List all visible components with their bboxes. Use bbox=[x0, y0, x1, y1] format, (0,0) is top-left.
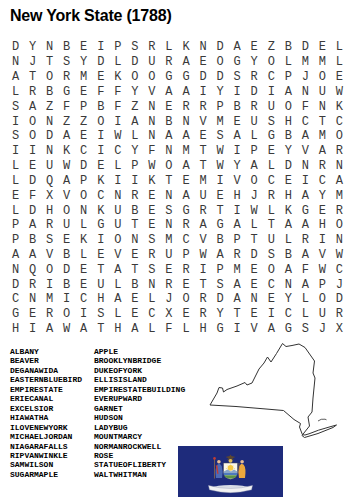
grid-cell: G bbox=[177, 203, 194, 218]
grid-cell: L bbox=[331, 55, 348, 70]
grid-cell: G bbox=[177, 70, 194, 85]
grid-cell: W bbox=[195, 248, 212, 263]
word-list-item: EMPIRESTATEBUILDING bbox=[94, 385, 185, 394]
grid-cell: U bbox=[263, 233, 280, 248]
grid-cell: L bbox=[143, 292, 160, 307]
grid-cell: F bbox=[109, 99, 126, 114]
grid-cell: O bbox=[109, 233, 126, 248]
grid-cell: T bbox=[160, 173, 177, 188]
grid-cell: I bbox=[41, 277, 58, 292]
grid-cell: P bbox=[75, 99, 92, 114]
grid-cell: M bbox=[314, 55, 331, 70]
grid-cell: G bbox=[58, 84, 75, 99]
grid-cell: A bbox=[229, 218, 246, 233]
grid-cell: L bbox=[7, 203, 24, 218]
grid-cell: N bbox=[41, 144, 58, 159]
grid-cell: P bbox=[212, 99, 229, 114]
grid-cell: E bbox=[246, 277, 263, 292]
grid-cell: M bbox=[314, 129, 331, 144]
grid-cell: A bbox=[75, 322, 92, 337]
grid-cell: H bbox=[314, 218, 331, 233]
grid-cell: S bbox=[263, 114, 280, 129]
grid-cell: R bbox=[58, 70, 75, 85]
grid-cell: P bbox=[314, 277, 331, 292]
grid-cell: E bbox=[7, 188, 24, 203]
grid-cell: U bbox=[195, 188, 212, 203]
grid-cell: W bbox=[212, 144, 229, 159]
grid-cell: E bbox=[246, 262, 263, 277]
word-list-item: EMPIRESTATE bbox=[10, 385, 82, 394]
grid-cell: A bbox=[58, 173, 75, 188]
grid-cell: K bbox=[92, 173, 109, 188]
grid-cell: M bbox=[195, 173, 212, 188]
word-list-item: ROSE bbox=[94, 451, 185, 460]
grid-cell: N bbox=[195, 40, 212, 55]
grid-cell: I bbox=[92, 129, 109, 144]
grid-cell: L bbox=[160, 40, 177, 55]
grid-cell: V bbox=[314, 248, 331, 263]
grid-cell: M bbox=[41, 292, 58, 307]
grid-cell: D bbox=[24, 173, 41, 188]
grid-cell: X bbox=[160, 307, 177, 322]
grid-cell: C bbox=[297, 114, 314, 129]
grid-cell: N bbox=[41, 40, 58, 55]
grid-cell: P bbox=[229, 233, 246, 248]
grid-cell: R bbox=[160, 277, 177, 292]
grid-cell: I bbox=[229, 322, 246, 337]
grid-cell: O bbox=[314, 292, 331, 307]
grid-cell: E bbox=[160, 99, 177, 114]
grid-cell: B bbox=[92, 99, 109, 114]
grid-cell: F bbox=[92, 84, 109, 99]
grid-cell: T bbox=[195, 277, 212, 292]
grid-cell: R bbox=[246, 70, 263, 85]
grid-cell: N bbox=[297, 84, 314, 99]
grid-cell: C bbox=[109, 144, 126, 159]
grid-cell: S bbox=[41, 233, 58, 248]
grid-cell: A bbox=[297, 218, 314, 233]
grid-cell: G bbox=[92, 218, 109, 233]
word-list-item: RIPVANWINKLE bbox=[10, 451, 82, 460]
grid-cell: U bbox=[263, 99, 280, 114]
grid-cell: U bbox=[58, 218, 75, 233]
grid-cell: O bbox=[212, 55, 229, 70]
grid-cell: O bbox=[24, 129, 41, 144]
grid-cell: I bbox=[229, 203, 246, 218]
word-list-item: APPLE bbox=[94, 347, 185, 356]
word-list-item: ELLISISLAND bbox=[94, 375, 185, 384]
grid-cell: A bbox=[229, 40, 246, 55]
grid-cell: E bbox=[143, 188, 160, 203]
grid-cell: I bbox=[126, 173, 143, 188]
grid-cell: Q bbox=[24, 262, 41, 277]
grid-cell: R bbox=[314, 159, 331, 174]
grid-cell: O bbox=[160, 159, 177, 174]
grid-cell: T bbox=[41, 55, 58, 70]
grid-cell: A bbox=[280, 84, 297, 99]
grid-cell: N bbox=[75, 203, 92, 218]
grid-cell: T bbox=[263, 218, 280, 233]
grid-cell: P bbox=[7, 218, 24, 233]
grid-cell: C bbox=[263, 70, 280, 85]
grid-cell: N bbox=[24, 292, 41, 307]
grid-cell: N bbox=[314, 99, 331, 114]
grid-cell: A bbox=[126, 322, 143, 337]
grid-cell: K bbox=[92, 203, 109, 218]
grid-cell: E bbox=[24, 307, 41, 322]
grid-cell: E bbox=[177, 277, 194, 292]
grid-cell: E bbox=[126, 307, 143, 322]
grid-cell: D bbox=[41, 129, 58, 144]
grid-cell: Y bbox=[24, 40, 41, 55]
grid-cell: A bbox=[297, 129, 314, 144]
grid-cell: H bbox=[280, 114, 297, 129]
grid-cell: N bbox=[143, 277, 160, 292]
grid-cell: P bbox=[109, 40, 126, 55]
grid-cell: A bbox=[160, 129, 177, 144]
grid-cell: G bbox=[229, 55, 246, 70]
grid-cell: O bbox=[58, 307, 75, 322]
grid-cell: A bbox=[41, 322, 58, 337]
grid-cell: T bbox=[229, 307, 246, 322]
grid-cell: R bbox=[177, 262, 194, 277]
grid-cell: A bbox=[58, 129, 75, 144]
grid-cell: L bbox=[7, 84, 24, 99]
grid-cell: K bbox=[58, 144, 75, 159]
grid-cell: G bbox=[263, 129, 280, 144]
grid-cell: U bbox=[314, 307, 331, 322]
grid-cell: D bbox=[246, 248, 263, 263]
grid-cell: E bbox=[212, 188, 229, 203]
grid-cell: I bbox=[109, 114, 126, 129]
new-york-state-flag bbox=[178, 446, 283, 497]
grid-cell: O bbox=[314, 70, 331, 85]
grid-cell: H bbox=[92, 292, 109, 307]
grid-cell: A bbox=[246, 159, 263, 174]
grid-cell: V bbox=[246, 322, 263, 337]
grid-cell: E bbox=[246, 307, 263, 322]
grid-cell: S bbox=[58, 55, 75, 70]
grid-cell: N bbox=[41, 114, 58, 129]
grid-cell: C bbox=[177, 233, 194, 248]
grid-cell: I bbox=[195, 84, 212, 99]
word-list-item: EASTERNBLUEBIRD bbox=[10, 375, 82, 384]
grid-cell: C bbox=[143, 307, 160, 322]
grid-cell: A bbox=[177, 159, 194, 174]
grid-cell: W bbox=[58, 322, 75, 337]
grid-cell: I bbox=[229, 84, 246, 99]
grid-cell: H bbox=[280, 188, 297, 203]
grid-cell: C bbox=[7, 292, 24, 307]
grid-cell: R bbox=[331, 203, 348, 218]
grid-cell: V bbox=[195, 114, 212, 129]
grid-cell: E bbox=[314, 40, 331, 55]
grid-cell: T bbox=[195, 144, 212, 159]
grid-cell: J bbox=[24, 55, 41, 70]
grid-cell: N bbox=[7, 55, 24, 70]
grid-cell: Y bbox=[126, 84, 143, 99]
grid-cell: B bbox=[58, 248, 75, 263]
grid-cell: R bbox=[41, 218, 58, 233]
grid-cell: T bbox=[92, 262, 109, 277]
grid-cell: N bbox=[160, 188, 177, 203]
grid-cell: O bbox=[58, 203, 75, 218]
grid-cell: A bbox=[177, 129, 194, 144]
grid-cell: V bbox=[58, 188, 75, 203]
grid-cell: I bbox=[263, 307, 280, 322]
grid-cell: D bbox=[7, 277, 24, 292]
grid-cell: C bbox=[92, 188, 109, 203]
grid-cell: T bbox=[195, 159, 212, 174]
grid-cell: E bbox=[75, 84, 92, 99]
grid-cell: F bbox=[24, 188, 41, 203]
grid-cell: E bbox=[177, 173, 194, 188]
grid-cell: R bbox=[229, 248, 246, 263]
grid-cell: C bbox=[331, 262, 348, 277]
grid-cell: R bbox=[41, 307, 58, 322]
grid-cell: O bbox=[177, 292, 194, 307]
grid-cell: B bbox=[280, 40, 297, 55]
grid-cell: W bbox=[246, 203, 263, 218]
grid-cell: K bbox=[75, 233, 92, 248]
grid-cell: Y bbox=[126, 144, 143, 159]
grid-cell: I bbox=[24, 144, 41, 159]
grid-cell: A bbox=[7, 70, 24, 85]
grid-cell: L bbox=[246, 129, 263, 144]
grid-cell: A bbox=[297, 248, 314, 263]
word-list-item: BEAVER bbox=[10, 356, 82, 365]
grid-cell: M bbox=[212, 114, 229, 129]
grid-cell: N bbox=[160, 144, 177, 159]
grid-cell: P bbox=[126, 159, 143, 174]
grid-cell: I bbox=[92, 144, 109, 159]
grid-cell: S bbox=[212, 277, 229, 292]
grid-cell: L bbox=[246, 218, 263, 233]
grid-cell: Y bbox=[246, 55, 263, 70]
grid-cell: D bbox=[58, 262, 75, 277]
grid-cell: L bbox=[109, 277, 126, 292]
grid-cell: I bbox=[92, 233, 109, 248]
grid-cell: R bbox=[331, 144, 348, 159]
grid-cell: L bbox=[263, 159, 280, 174]
word-list-item: NORMANROCKWELL bbox=[94, 442, 185, 451]
grid-cell: I bbox=[109, 173, 126, 188]
grid-cell: A bbox=[24, 99, 41, 114]
grid-cell: J bbox=[314, 322, 331, 337]
word-list-item: HIAWATHA bbox=[10, 413, 82, 422]
state-outline-map-icon bbox=[206, 341, 348, 447]
grid-cell: O bbox=[263, 262, 280, 277]
grid-cell: S bbox=[7, 129, 24, 144]
grid-cell: R bbox=[143, 248, 160, 263]
word-list-item: SAMWILSON bbox=[10, 460, 82, 469]
grid-cell: N bbox=[7, 262, 24, 277]
word-list-item: HUDSON bbox=[94, 413, 185, 422]
grid-cell: I bbox=[92, 40, 109, 55]
grid-cell: A bbox=[126, 114, 143, 129]
grid-cell: U bbox=[109, 203, 126, 218]
grid-cell: D bbox=[7, 40, 24, 55]
grid-cell: I bbox=[24, 322, 41, 337]
grid-cell: O bbox=[75, 188, 92, 203]
grid-cell: W bbox=[314, 262, 331, 277]
grid-cell: L bbox=[177, 322, 194, 337]
grid-cell: F bbox=[58, 99, 75, 114]
grid-cell: T bbox=[246, 233, 263, 248]
grid-cell: V bbox=[229, 173, 246, 188]
grid-cell: A bbox=[177, 84, 194, 99]
grid-cell: D bbox=[24, 203, 41, 218]
grid-cell: E bbox=[263, 144, 280, 159]
grid-cell: L bbox=[109, 55, 126, 70]
new-york-state-outline bbox=[206, 341, 348, 447]
grid-cell: A bbox=[263, 322, 280, 337]
grid-cell: L bbox=[126, 129, 143, 144]
grid-cell: K bbox=[143, 173, 160, 188]
grid-cell: N bbox=[297, 159, 314, 174]
grid-cell: M bbox=[331, 188, 348, 203]
grid-cell: G bbox=[280, 322, 297, 337]
grid-cell: S bbox=[160, 203, 177, 218]
grid-cell: Y bbox=[75, 55, 92, 70]
grid-cell: B bbox=[126, 277, 143, 292]
grid-cell: E bbox=[195, 55, 212, 70]
word-list-item: LADYBUG bbox=[94, 423, 185, 432]
grid-cell: U bbox=[314, 84, 331, 99]
word-list-item: MOUNTMARCY bbox=[94, 432, 185, 441]
worksheet-page: New York State (1788) DYNBEIPSRLKNDAEZBD… bbox=[0, 0, 353, 500]
grid-cell: E bbox=[195, 129, 212, 144]
word-list-item: WALTWHITMAN bbox=[94, 470, 185, 479]
grid-cell: N bbox=[143, 114, 160, 129]
grid-cell: R bbox=[24, 277, 41, 292]
word-list-item: ILOVENEWYORK bbox=[10, 423, 82, 432]
grid-cell: B bbox=[24, 233, 41, 248]
grid-cell: W bbox=[331, 248, 348, 263]
grid-cell: B bbox=[58, 277, 75, 292]
grid-cell: I bbox=[212, 173, 229, 188]
grid-cell: N bbox=[160, 218, 177, 233]
grid-cell: D bbox=[246, 84, 263, 99]
grid-cell: L bbox=[109, 307, 126, 322]
grid-cell: A bbox=[212, 248, 229, 263]
word-list-item: DUKEOFYORK bbox=[94, 366, 185, 375]
grid-cell: C bbox=[75, 292, 92, 307]
grid-cell: D bbox=[212, 292, 229, 307]
grid-cell: B bbox=[212, 233, 229, 248]
grid-cell: I bbox=[7, 144, 24, 159]
grid-cell: F bbox=[297, 262, 314, 277]
grid-cell: I bbox=[229, 144, 246, 159]
grid-cell: W bbox=[58, 159, 75, 174]
grid-cell: L bbox=[280, 55, 297, 70]
grid-cell: G bbox=[7, 307, 24, 322]
grid-cell: R bbox=[143, 40, 160, 55]
grid-cell: L bbox=[280, 233, 297, 248]
grid-cell: L bbox=[7, 159, 24, 174]
grid-cell: M bbox=[297, 55, 314, 70]
grid-cell: W bbox=[109, 129, 126, 144]
grid-cell: T bbox=[314, 114, 331, 129]
grid-cell: J bbox=[331, 277, 348, 292]
grid-cell: I bbox=[263, 84, 280, 99]
grid-cell: D bbox=[297, 40, 314, 55]
grid-cell: P bbox=[75, 173, 92, 188]
grid-cell: T bbox=[212, 203, 229, 218]
grid-cell: U bbox=[246, 114, 263, 129]
grid-cell: E bbox=[229, 114, 246, 129]
grid-cell: H bbox=[229, 188, 246, 203]
grid-cell: T bbox=[126, 262, 143, 277]
grid-cell: P bbox=[7, 233, 24, 248]
grid-cell: D bbox=[212, 40, 229, 55]
word-list-item: MICHAELJORDAN bbox=[10, 432, 82, 441]
grid-cell: A bbox=[7, 248, 24, 263]
grid-cell: B bbox=[160, 114, 177, 129]
grid-cell: I bbox=[297, 173, 314, 188]
grid-cell: A bbox=[160, 84, 177, 99]
grid-cell: A bbox=[109, 292, 126, 307]
grid-cell: N bbox=[143, 129, 160, 144]
grid-cell: A bbox=[109, 262, 126, 277]
grid-cell: C bbox=[331, 114, 348, 129]
grid-cell: C bbox=[263, 173, 280, 188]
letter-grid: DYNBEIPSRLKNDAEZBDELNJTSYDLDURAEOGYOLMML… bbox=[7, 40, 348, 337]
grid-cell: R bbox=[160, 55, 177, 70]
grid-cell: G bbox=[160, 70, 177, 85]
grid-cell: D bbox=[280, 159, 297, 174]
grid-cell: E bbox=[58, 233, 75, 248]
grid-cell: E bbox=[75, 129, 92, 144]
grid-cell: I bbox=[195, 262, 212, 277]
grid-cell: Y bbox=[212, 84, 229, 99]
grid-cell: U bbox=[109, 218, 126, 233]
flag-icon bbox=[178, 446, 283, 497]
grid-cell: P bbox=[246, 144, 263, 159]
word-list-item: EXCELSIOR bbox=[10, 404, 82, 413]
word-list-item: SUGARMAPLE bbox=[10, 470, 82, 479]
grid-cell: B bbox=[280, 248, 297, 263]
grid-cell: E bbox=[143, 218, 160, 233]
grid-cell: Q bbox=[41, 173, 58, 188]
grid-cell: E bbox=[75, 262, 92, 277]
grid-cell: L bbox=[143, 322, 160, 337]
grid-cell: Z bbox=[58, 114, 75, 129]
grid-cell: O bbox=[280, 99, 297, 114]
grid-cell: D bbox=[92, 55, 109, 70]
grid-cell: N bbox=[331, 159, 348, 174]
grid-cell: R bbox=[177, 99, 194, 114]
grid-cell: T bbox=[92, 322, 109, 337]
grid-cell: U bbox=[92, 277, 109, 292]
grid-cell: Y bbox=[280, 144, 297, 159]
grid-cell: N bbox=[126, 233, 143, 248]
grid-cell: E bbox=[92, 159, 109, 174]
grid-cell: N bbox=[177, 114, 194, 129]
word-col-right: APPLEBROOKLYNBRIDGEDUKEOFYORKELLISISLAND… bbox=[94, 347, 185, 479]
page-title: New York State (1788) bbox=[10, 7, 172, 25]
grid-cell: D bbox=[126, 55, 143, 70]
grid-cell: O bbox=[41, 262, 58, 277]
grid-cell: G bbox=[212, 322, 229, 337]
grid-cell: Z bbox=[75, 114, 92, 129]
grid-cell: H bbox=[41, 203, 58, 218]
grid-cell: A bbox=[331, 173, 348, 188]
grid-cell: O bbox=[92, 114, 109, 129]
grid-cell: O bbox=[143, 70, 160, 85]
grid-cell: U bbox=[160, 248, 177, 263]
grid-cell: V bbox=[297, 144, 314, 159]
